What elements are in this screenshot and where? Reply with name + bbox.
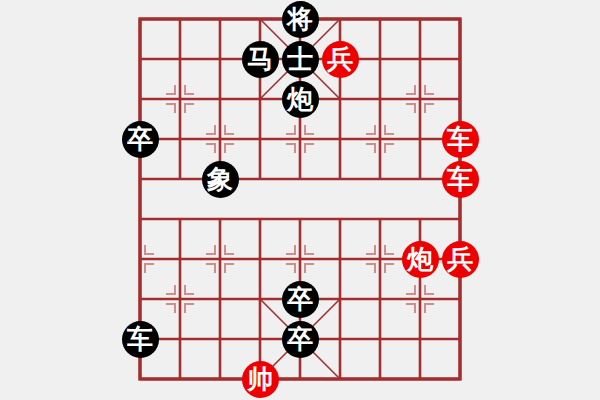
xiangqi-diagram: 将马士兵炮卒车象车炮兵卒卒车帅 bbox=[0, 0, 600, 400]
piece-red-general[interactable]: 帅 bbox=[242, 361, 279, 398]
piece-red-cannon[interactable]: 炮 bbox=[402, 241, 439, 278]
piece-red-soldier-2[interactable]: 兵 bbox=[442, 241, 479, 278]
piece-black-cannon[interactable]: 炮 bbox=[282, 81, 319, 118]
piece-black-elephant[interactable]: 象 bbox=[202, 161, 239, 198]
piece-black-chariot[interactable]: 车 bbox=[122, 321, 159, 358]
piece-black-soldier-1[interactable]: 卒 bbox=[122, 121, 159, 158]
piece-black-general[interactable]: 将 bbox=[282, 1, 319, 38]
piece-red-chariot-1[interactable]: 车 bbox=[442, 121, 479, 158]
piece-black-soldier-3[interactable]: 卒 bbox=[282, 321, 319, 358]
piece-red-chariot-2[interactable]: 车 bbox=[442, 161, 479, 198]
piece-black-advisor[interactable]: 士 bbox=[282, 41, 319, 78]
piece-red-soldier-1[interactable]: 兵 bbox=[322, 41, 359, 78]
piece-black-horse[interactable]: 马 bbox=[242, 41, 279, 78]
pieces-layer: 将马士兵炮卒车象车炮兵卒卒车帅 bbox=[120, 0, 480, 399]
piece-black-soldier-2[interactable]: 卒 bbox=[282, 281, 319, 318]
